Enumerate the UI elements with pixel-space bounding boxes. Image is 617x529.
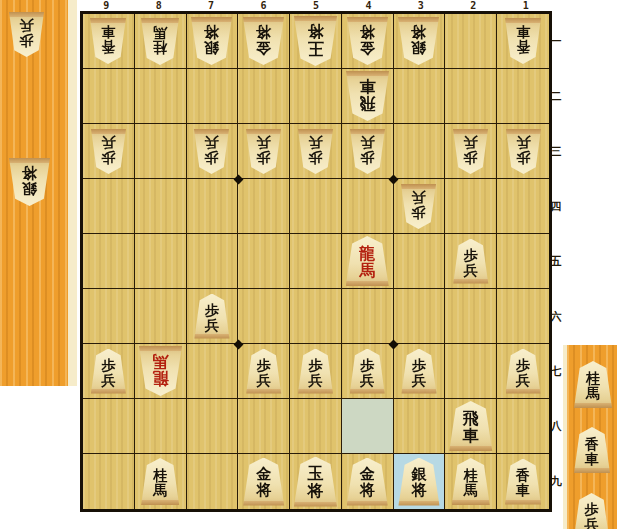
piece-kanji: 香 bbox=[516, 40, 530, 55]
sente-pawn-piece[interactable]: 歩兵 bbox=[298, 349, 333, 394]
sente-pawn-piece[interactable]: 歩兵 bbox=[574, 493, 609, 529]
gote-captured-tray: 歩兵銀将 bbox=[0, 0, 77, 386]
piece-kanji: 桂 bbox=[464, 468, 478, 483]
piece-kanji: 歩 bbox=[360, 150, 374, 165]
file-label-3: 3 bbox=[395, 0, 447, 11]
piece-kanji: 車 bbox=[359, 78, 375, 95]
piece-kanji: 飛 bbox=[359, 95, 375, 112]
sente-pawn-piece[interactable]: 歩兵 bbox=[246, 349, 281, 394]
piece-kanji: 兵 bbox=[205, 318, 219, 333]
square-7七[interactable] bbox=[187, 344, 239, 399]
square-7八[interactable] bbox=[187, 399, 239, 454]
piece-kanji: 歩 bbox=[101, 150, 115, 165]
square-1九[interactable]: 香車 bbox=[497, 454, 549, 509]
piece-kanji: 兵 bbox=[464, 135, 478, 150]
sente-silver-piece[interactable]: 銀将 bbox=[398, 458, 439, 506]
square-3八[interactable] bbox=[394, 399, 446, 454]
piece-kanji: 歩 bbox=[516, 150, 530, 165]
square-1六[interactable] bbox=[497, 289, 549, 344]
square-7三[interactable]: 歩兵 bbox=[187, 124, 239, 179]
piece-kanji: 龍 bbox=[359, 246, 375, 263]
piece-kanji: 兵 bbox=[257, 373, 271, 388]
square-4三[interactable]: 歩兵 bbox=[342, 124, 394, 179]
square-4五[interactable]: 龍馬 bbox=[342, 234, 394, 289]
file-label-2: 2 bbox=[447, 0, 499, 11]
piece-kanji: 龍 bbox=[152, 370, 168, 387]
file-label-5: 5 bbox=[290, 0, 342, 11]
piece-kanji: 飛 bbox=[463, 411, 479, 428]
piece-kanji: 将 bbox=[307, 483, 323, 500]
sente-pawn-piece[interactable]: 歩兵 bbox=[506, 349, 541, 394]
square-2三[interactable]: 歩兵 bbox=[445, 124, 497, 179]
sente-lance-piece[interactable]: 香車 bbox=[505, 459, 541, 505]
sente-king-piece[interactable]: 玉将 bbox=[294, 457, 337, 507]
square-4八[interactable] bbox=[342, 399, 394, 454]
piece-kanji: 王 bbox=[307, 40, 323, 57]
square-8八[interactable] bbox=[135, 399, 187, 454]
square-6九[interactable]: 金将 bbox=[238, 454, 290, 509]
square-6八[interactable] bbox=[238, 399, 290, 454]
piece-kanji: 馬 bbox=[464, 483, 478, 498]
square-6四[interactable] bbox=[238, 179, 290, 234]
square-5三[interactable]: 歩兵 bbox=[290, 124, 342, 179]
file-labels: 987654321 bbox=[80, 0, 552, 11]
piece-kanji: 兵 bbox=[20, 18, 34, 33]
piece-kanji: 歩 bbox=[412, 205, 426, 220]
gote-silver-piece[interactable]: 銀将 bbox=[398, 17, 439, 65]
piece-kanji: 桂 bbox=[586, 371, 600, 386]
gote-rook-piece[interactable]: 飛車 bbox=[346, 71, 389, 121]
square-2五[interactable]: 歩兵 bbox=[445, 234, 497, 289]
piece-kanji: 歩 bbox=[308, 150, 322, 165]
piece-kanji: 兵 bbox=[101, 373, 115, 388]
sente-rook-piece[interactable]: 飛車 bbox=[449, 401, 492, 451]
piece-kanji: 将 bbox=[256, 483, 271, 499]
gote-pawn-piece[interactable]: 歩兵 bbox=[350, 129, 385, 174]
square-3二[interactable] bbox=[394, 69, 446, 124]
square-4二[interactable]: 飛車 bbox=[342, 69, 394, 124]
piece-kanji: 兵 bbox=[464, 263, 478, 278]
square-6三[interactable]: 歩兵 bbox=[238, 124, 290, 179]
piece-kanji: 兵 bbox=[205, 135, 219, 150]
square-9七[interactable]: 歩兵 bbox=[83, 344, 135, 399]
square-7九[interactable] bbox=[187, 454, 239, 509]
square-3五[interactable] bbox=[394, 234, 446, 289]
square-8二[interactable] bbox=[135, 69, 187, 124]
square-1七[interactable]: 歩兵 bbox=[497, 344, 549, 399]
gote-pawn-piece[interactable]: 歩兵 bbox=[246, 129, 281, 174]
square-9九[interactable] bbox=[83, 454, 135, 509]
square-5九[interactable]: 玉将 bbox=[290, 454, 342, 509]
piece-kanji: 歩 bbox=[205, 303, 219, 318]
square-9一[interactable]: 香車 bbox=[83, 14, 135, 69]
square-6二[interactable] bbox=[238, 69, 290, 124]
square-5二[interactable] bbox=[290, 69, 342, 124]
file-label-9: 9 bbox=[80, 0, 132, 11]
square-7五[interactable] bbox=[187, 234, 239, 289]
square-7二[interactable] bbox=[187, 69, 239, 124]
sente-captured-tray: 桂馬香車歩兵 bbox=[563, 345, 617, 529]
piece-kanji: 金 bbox=[360, 40, 375, 56]
piece-kanji: 馬 bbox=[153, 25, 167, 40]
piece-kanji: 兵 bbox=[308, 135, 322, 150]
sente-pawn-piece[interactable]: 歩兵 bbox=[91, 349, 126, 394]
piece-kanji: 歩 bbox=[257, 358, 271, 373]
sente-pawn-piece[interactable]: 歩兵 bbox=[350, 349, 385, 394]
gote-pawn-piece[interactable]: 歩兵 bbox=[298, 129, 333, 174]
piece-kanji: 桂 bbox=[153, 468, 167, 483]
square-3九[interactable]: 銀将 bbox=[394, 454, 446, 509]
piece-kanji: 将 bbox=[307, 23, 323, 40]
sente-pawn-piece[interactable]: 歩兵 bbox=[453, 239, 488, 284]
square-8九[interactable]: 桂馬 bbox=[135, 454, 187, 509]
sente-promoted-bishop-piece[interactable]: 龍馬 bbox=[346, 236, 389, 286]
gote-pawn-piece[interactable]: 歩兵 bbox=[506, 129, 541, 174]
square-3一[interactable]: 銀将 bbox=[394, 14, 446, 69]
piece-kanji: 馬 bbox=[586, 386, 600, 401]
square-2九[interactable]: 桂馬 bbox=[445, 454, 497, 509]
square-2二[interactable] bbox=[445, 69, 497, 124]
piece-kanji: 歩 bbox=[101, 358, 115, 373]
square-3三[interactable] bbox=[394, 124, 446, 179]
square-5七[interactable]: 歩兵 bbox=[290, 344, 342, 399]
square-8七[interactable]: 龍馬 bbox=[135, 344, 187, 399]
gote-silver-piece[interactable]: 銀将 bbox=[191, 17, 232, 65]
piece-kanji: 兵 bbox=[308, 373, 322, 388]
piece-kanji: 将 bbox=[360, 483, 375, 499]
piece-kanji: 銀 bbox=[411, 40, 426, 56]
piece-kanji: 馬 bbox=[153, 483, 167, 498]
square-8一[interactable]: 桂馬 bbox=[135, 14, 187, 69]
piece-kanji: 将 bbox=[22, 165, 37, 181]
piece-kanji: 歩 bbox=[585, 502, 599, 517]
piece-kanji: 歩 bbox=[412, 358, 426, 373]
square-1二[interactable] bbox=[497, 69, 549, 124]
piece-kanji: 将 bbox=[360, 24, 375, 40]
square-6五[interactable] bbox=[238, 234, 290, 289]
square-1五[interactable] bbox=[497, 234, 549, 289]
piece-kanji: 車 bbox=[516, 25, 530, 40]
gote-pawn-piece[interactable]: 歩兵 bbox=[91, 129, 126, 174]
piece-kanji: 歩 bbox=[308, 358, 322, 373]
gote-promoted-bishop-piece[interactable]: 龍馬 bbox=[139, 346, 182, 396]
sente-gold-piece[interactable]: 金将 bbox=[243, 458, 284, 506]
sente-knight-piece[interactable]: 桂馬 bbox=[452, 458, 490, 505]
sente-gold-piece[interactable]: 金将 bbox=[347, 458, 388, 506]
square-5五[interactable] bbox=[290, 234, 342, 289]
square-2四[interactable] bbox=[445, 179, 497, 234]
piece-kanji: 将 bbox=[204, 24, 219, 40]
shogi-app: 歩兵銀将 桂馬香車歩兵 987654321 一二三四五六七八九 香車桂馬銀将金将… bbox=[0, 0, 617, 529]
square-9六[interactable] bbox=[83, 289, 135, 344]
piece-kanji: 歩 bbox=[20, 33, 34, 48]
file-label-4: 4 bbox=[342, 0, 394, 11]
piece-kanji: 桂 bbox=[153, 40, 167, 55]
piece-kanji: 兵 bbox=[257, 135, 271, 150]
gote-pawn-piece[interactable]: 歩兵 bbox=[9, 12, 44, 57]
square-7六[interactable]: 歩兵 bbox=[187, 289, 239, 344]
piece-kanji: 兵 bbox=[101, 135, 115, 150]
piece-kanji: 歩 bbox=[464, 248, 478, 263]
square-2八[interactable]: 飛車 bbox=[445, 399, 497, 454]
square-2一[interactable] bbox=[445, 14, 497, 69]
piece-kanji: 馬 bbox=[359, 263, 375, 280]
square-4一[interactable]: 金将 bbox=[342, 14, 394, 69]
gote-knight-piece[interactable]: 桂馬 bbox=[141, 18, 179, 65]
square-8六[interactable] bbox=[135, 289, 187, 344]
square-1一[interactable]: 香車 bbox=[497, 14, 549, 69]
square-9五[interactable] bbox=[83, 234, 135, 289]
piece-kanji: 兵 bbox=[360, 135, 374, 150]
file-label-7: 7 bbox=[185, 0, 237, 11]
square-8四[interactable] bbox=[135, 179, 187, 234]
square-4四[interactable] bbox=[342, 179, 394, 234]
square-3六[interactable] bbox=[394, 289, 446, 344]
file-label-8: 8 bbox=[132, 0, 184, 11]
square-8五[interactable] bbox=[135, 234, 187, 289]
square-5一[interactable]: 王将 bbox=[290, 14, 342, 69]
piece-kanji: 兵 bbox=[516, 373, 530, 388]
square-3七[interactable]: 歩兵 bbox=[394, 344, 446, 399]
square-1八[interactable] bbox=[497, 399, 549, 454]
piece-kanji: 歩 bbox=[360, 358, 374, 373]
square-7一[interactable]: 銀将 bbox=[187, 14, 239, 69]
piece-kanji: 車 bbox=[585, 452, 599, 467]
square-4九[interactable]: 金将 bbox=[342, 454, 394, 509]
piece-kanji: 将 bbox=[411, 24, 426, 40]
sente-knight-piece[interactable]: 桂馬 bbox=[141, 458, 179, 505]
piece-kanji: 兵 bbox=[585, 517, 599, 529]
piece-kanji: 兵 bbox=[360, 373, 374, 388]
shogi-board: 香車桂馬銀将金将王将金将銀将香車飛車歩兵歩兵歩兵歩兵歩兵歩兵歩兵歩兵龍馬歩兵歩兵… bbox=[80, 11, 552, 512]
sente-lance-piece[interactable]: 香車 bbox=[574, 427, 610, 473]
gote-gold-piece[interactable]: 金将 bbox=[347, 17, 388, 65]
piece-kanji: 車 bbox=[101, 25, 115, 40]
square-1三[interactable]: 歩兵 bbox=[497, 124, 549, 179]
sente-pawn-piece[interactable]: 歩兵 bbox=[194, 294, 229, 339]
square-6一[interactable]: 金将 bbox=[238, 14, 290, 69]
piece-kanji: 銀 bbox=[22, 181, 37, 197]
piece-kanji: 金 bbox=[256, 40, 271, 56]
piece-kanji: 馬 bbox=[152, 353, 168, 370]
sente-pawn-piece[interactable]: 歩兵 bbox=[401, 349, 436, 394]
gote-silver-piece[interactable]: 銀将 bbox=[9, 158, 50, 206]
piece-kanji: 香 bbox=[585, 437, 599, 452]
piece-kanji: 車 bbox=[463, 428, 479, 445]
piece-kanji: 兵 bbox=[412, 373, 426, 388]
square-2七[interactable] bbox=[445, 344, 497, 399]
piece-kanji: 兵 bbox=[516, 135, 530, 150]
gote-pawn-piece[interactable]: 歩兵 bbox=[194, 129, 229, 174]
file-label-1: 1 bbox=[500, 0, 552, 11]
piece-kanji: 銀 bbox=[204, 40, 219, 56]
piece-kanji: 歩 bbox=[464, 150, 478, 165]
file-label-6: 6 bbox=[237, 0, 289, 11]
gote-pawn-piece[interactable]: 歩兵 bbox=[453, 129, 488, 174]
square-2六[interactable] bbox=[445, 289, 497, 344]
piece-kanji: 将 bbox=[256, 24, 271, 40]
square-9三[interactable]: 歩兵 bbox=[83, 124, 135, 179]
sente-knight-piece[interactable]: 桂馬 bbox=[574, 361, 612, 408]
square-4六[interactable] bbox=[342, 289, 394, 344]
gote-king-piece[interactable]: 王将 bbox=[294, 16, 337, 66]
piece-kanji: 歩 bbox=[516, 358, 530, 373]
square-8三[interactable] bbox=[135, 124, 187, 179]
piece-kanji: 香 bbox=[101, 40, 115, 55]
gote-lance-piece[interactable]: 香車 bbox=[505, 18, 541, 64]
square-4七[interactable]: 歩兵 bbox=[342, 344, 394, 399]
piece-kanji: 兵 bbox=[412, 190, 426, 205]
square-5六[interactable] bbox=[290, 289, 342, 344]
square-5四[interactable] bbox=[290, 179, 342, 234]
piece-kanji: 歩 bbox=[205, 150, 219, 165]
square-1四[interactable] bbox=[497, 179, 549, 234]
gote-pawn-piece[interactable]: 歩兵 bbox=[401, 184, 436, 229]
piece-kanji: 将 bbox=[411, 483, 426, 499]
gote-lance-piece[interactable]: 香車 bbox=[90, 18, 126, 64]
piece-kanji: 車 bbox=[516, 483, 530, 498]
square-5八[interactable] bbox=[290, 399, 342, 454]
square-7四[interactable] bbox=[187, 179, 239, 234]
square-9四[interactable] bbox=[83, 179, 135, 234]
square-9八[interactable] bbox=[83, 399, 135, 454]
square-6六[interactable] bbox=[238, 289, 290, 344]
gote-gold-piece[interactable]: 金将 bbox=[243, 17, 284, 65]
square-6七[interactable]: 歩兵 bbox=[238, 344, 290, 399]
piece-kanji: 歩 bbox=[257, 150, 271, 165]
square-9二[interactable] bbox=[83, 69, 135, 124]
piece-kanji: 香 bbox=[516, 468, 530, 483]
square-3四[interactable]: 歩兵 bbox=[394, 179, 446, 234]
board-area: 香車桂馬銀将金将王将金将銀将香車飛車歩兵歩兵歩兵歩兵歩兵歩兵歩兵歩兵龍馬歩兵歩兵… bbox=[80, 11, 552, 512]
